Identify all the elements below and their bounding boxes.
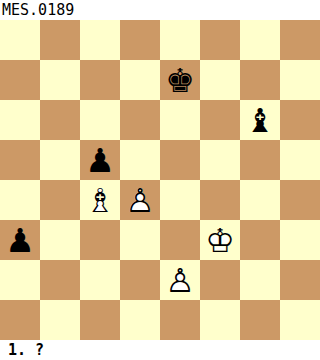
square-a7 bbox=[0, 60, 40, 100]
square-c7 bbox=[80, 60, 120, 100]
square-g3 bbox=[240, 220, 280, 260]
square-c2 bbox=[80, 260, 120, 300]
square-f5 bbox=[200, 140, 240, 180]
square-e2: ♟♙ bbox=[160, 260, 200, 300]
square-a8 bbox=[0, 20, 40, 60]
square-a4 bbox=[0, 180, 40, 220]
square-h3 bbox=[280, 220, 320, 260]
square-b6 bbox=[40, 100, 80, 140]
square-a2 bbox=[0, 260, 40, 300]
piece-white-pawn-fill: ♟ bbox=[160, 260, 200, 300]
square-h2 bbox=[280, 260, 320, 300]
piece-black-king: ♚ bbox=[160, 60, 200, 100]
square-b5 bbox=[40, 140, 80, 180]
square-d3 bbox=[120, 220, 160, 260]
square-e4 bbox=[160, 180, 200, 220]
piece-white-king: ♔ bbox=[200, 220, 240, 260]
square-b2 bbox=[40, 260, 80, 300]
square-h7 bbox=[280, 60, 320, 100]
piece-white-bishop-fill: ♝ bbox=[80, 180, 120, 220]
square-e5 bbox=[160, 140, 200, 180]
square-c6 bbox=[80, 100, 120, 140]
piece-white-king-fill: ♚ bbox=[200, 220, 240, 260]
square-c8 bbox=[80, 20, 120, 60]
square-g8 bbox=[240, 20, 280, 60]
square-f1 bbox=[200, 300, 240, 340]
square-b3 bbox=[40, 220, 80, 260]
square-g2 bbox=[240, 260, 280, 300]
square-c1 bbox=[80, 300, 120, 340]
square-h5 bbox=[280, 140, 320, 180]
square-g6: ♝ bbox=[240, 100, 280, 140]
piece-white-bishop: ♗ bbox=[80, 180, 120, 220]
square-a1 bbox=[0, 300, 40, 340]
square-g4 bbox=[240, 180, 280, 220]
square-e3 bbox=[160, 220, 200, 260]
move-prompt: 1. ? bbox=[0, 340, 320, 360]
square-f2 bbox=[200, 260, 240, 300]
square-e8 bbox=[160, 20, 200, 60]
square-d8 bbox=[120, 20, 160, 60]
square-d1 bbox=[120, 300, 160, 340]
square-b1 bbox=[40, 300, 80, 340]
square-b4 bbox=[40, 180, 80, 220]
piece-black-bishop: ♝ bbox=[240, 100, 280, 140]
square-h6 bbox=[280, 100, 320, 140]
square-f6 bbox=[200, 100, 240, 140]
chess-diagram: MES.0189 ♚♝♟♝♗♟♙♟♚♔♟♙ 1. ? bbox=[0, 0, 320, 360]
square-b8 bbox=[40, 20, 80, 60]
square-a5 bbox=[0, 140, 40, 180]
square-d6 bbox=[120, 100, 160, 140]
square-h8 bbox=[280, 20, 320, 60]
diagram-title: MES.0189 bbox=[0, 0, 320, 20]
square-g1 bbox=[240, 300, 280, 340]
square-e1 bbox=[160, 300, 200, 340]
square-d4: ♟♙ bbox=[120, 180, 160, 220]
square-c3 bbox=[80, 220, 120, 260]
square-d7 bbox=[120, 60, 160, 100]
square-c4: ♝♗ bbox=[80, 180, 120, 220]
square-a6 bbox=[0, 100, 40, 140]
piece-white-pawn: ♙ bbox=[120, 180, 160, 220]
square-g7 bbox=[240, 60, 280, 100]
piece-white-pawn: ♙ bbox=[160, 260, 200, 300]
square-e7: ♚ bbox=[160, 60, 200, 100]
square-f7 bbox=[200, 60, 240, 100]
piece-black-pawn: ♟ bbox=[80, 140, 120, 180]
square-f3: ♚♔ bbox=[200, 220, 240, 260]
square-b7 bbox=[40, 60, 80, 100]
square-f8 bbox=[200, 20, 240, 60]
piece-black-pawn: ♟ bbox=[0, 220, 40, 260]
piece-white-pawn-fill: ♟ bbox=[120, 180, 160, 220]
square-f4 bbox=[200, 180, 240, 220]
chess-board: ♚♝♟♝♗♟♙♟♚♔♟♙ bbox=[0, 20, 320, 340]
square-g5 bbox=[240, 140, 280, 180]
square-a3: ♟ bbox=[0, 220, 40, 260]
square-e6 bbox=[160, 100, 200, 140]
square-h4 bbox=[280, 180, 320, 220]
square-h1 bbox=[280, 300, 320, 340]
square-d5 bbox=[120, 140, 160, 180]
square-d2 bbox=[120, 260, 160, 300]
square-c5: ♟ bbox=[80, 140, 120, 180]
